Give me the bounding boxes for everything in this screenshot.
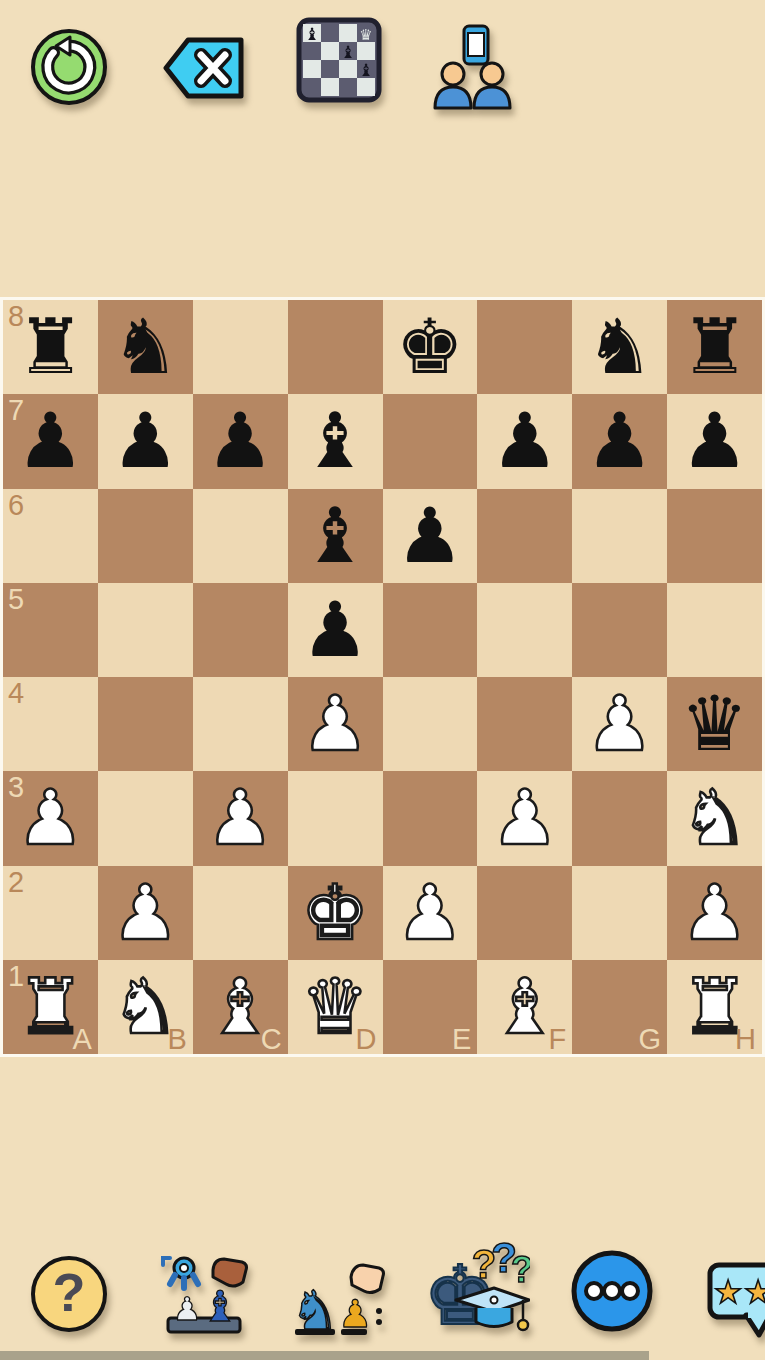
mini-chessboard-icon: ♝ ♛ ♝ ♝ ♛ [296,17,382,103]
square-h7[interactable]: ♟ [667,394,762,488]
square-d7[interactable]: ♝ [288,394,383,488]
square-b6[interactable] [98,489,193,583]
piece-black-pawn: ♟ [206,403,274,479]
svg-text:?: ? [53,1262,86,1322]
board-grid: 8♜♞♚♞♜7♟♟♟♝♟♟♟6♝♟5♟4♟♟♛3♟♟♟♞2♟♚♟♟1A♜B♞C♝… [3,300,762,1054]
square-f4[interactable] [477,677,572,771]
piece-black-pawn: ♟ [680,403,748,479]
square-f6[interactable] [477,489,572,583]
svg-text:♛: ♛ [359,26,372,44]
piece-white-pawn: ♟ [16,780,84,856]
square-a6[interactable]: 6 [3,489,98,583]
learn-chess-button[interactable]: ♚ ? ? ? [424,1234,530,1344]
square-d5[interactable]: ♟ [288,583,383,677]
bottom-bar [0,1351,649,1360]
square-d1[interactable]: D♛ [288,960,383,1054]
square-d3[interactable] [288,771,383,865]
human-vs-computer-button[interactable]: ♟ ♝ [156,1248,252,1340]
piece-black-pawn: ♟ [586,403,654,479]
file-label-H: H [735,1025,756,1054]
square-h5[interactable] [667,583,762,677]
square-f3[interactable]: ♟ [477,771,572,865]
square-g7[interactable]: ♟ [572,394,667,488]
square-a8[interactable]: 8♜ [3,300,98,394]
svg-text:♝: ♝ [358,60,373,80]
square-b4[interactable] [98,677,193,771]
piece-black-knight: ♞ [586,309,654,385]
file-label-D: D [356,1025,377,1054]
more-options-button[interactable] [569,1245,655,1337]
learn-chess-icon: ♚ ? ? ? [424,1234,530,1344]
square-f2[interactable] [477,866,572,960]
square-c7[interactable]: ♟ [193,394,288,488]
restart-icon [29,27,109,107]
svg-text:★: ★ [744,1273,765,1311]
square-c4[interactable] [193,677,288,771]
square-c2[interactable] [193,866,288,960]
piece-black-pawn: ♟ [396,498,464,574]
square-a4[interactable]: 4 [3,677,98,771]
square-e4[interactable] [383,677,478,771]
square-h2[interactable]: ♟ [667,866,762,960]
rank-label-3: 3 [8,773,24,802]
piece-white-pawn: ♟ [206,780,274,856]
square-c5[interactable] [193,583,288,677]
square-a5[interactable]: 5 [3,583,98,677]
square-g3[interactable] [572,771,667,865]
two-player-mode-button[interactable] [432,24,516,110]
help-button[interactable]: ? [30,1247,108,1341]
piece-black-rook: ♜ [16,309,84,385]
square-b3[interactable] [98,771,193,865]
square-d4[interactable]: ♟ [288,677,383,771]
square-c8[interactable] [193,300,288,394]
setup-position-icon: ♞ ♟ [291,1247,387,1339]
square-f7[interactable]: ♟ [477,394,572,488]
square-e6[interactable]: ♟ [383,489,478,583]
svg-text:?: ? [511,1249,530,1290]
chess-board: 8♜♞♚♞♜7♟♟♟♝♟♟♟6♝♟5♟4♟♟♛3♟♟♟♞2♟♚♟♟1A♜B♞C♝… [0,297,765,1057]
rank-label-2: 2 [8,868,24,897]
undo-close-icon [163,36,245,100]
restart-button[interactable] [29,27,109,107]
square-h1[interactable]: H♜ [667,960,762,1054]
square-e8[interactable]: ♚ [383,300,478,394]
piece-black-bishop: ♝ [301,403,369,479]
square-g8[interactable]: ♞ [572,300,667,394]
two-players-device-icon [432,24,516,110]
square-b8[interactable]: ♞ [98,300,193,394]
more-options-icon [569,1245,655,1337]
svg-text:♝: ♝ [201,1282,239,1331]
file-label-C: C [261,1025,282,1054]
piece-black-pawn: ♟ [301,592,369,668]
rank-label-7: 7 [8,396,24,425]
rank-label-1: 1 [8,962,24,991]
square-c6[interactable] [193,489,288,583]
rank-label-8: 8 [8,302,24,331]
file-label-B: B [167,1025,186,1054]
svg-text:★: ★ [714,1273,743,1311]
square-c1[interactable]: C♝ [193,960,288,1054]
file-label-F: F [549,1025,567,1054]
piece-black-pawn: ♟ [111,403,179,479]
square-e7[interactable] [383,394,478,488]
svg-text:♟: ♟ [173,1290,202,1328]
square-h3[interactable]: ♞ [667,771,762,865]
square-e3[interactable] [383,771,478,865]
piece-black-queen: ♛ [680,686,748,762]
file-label-E: E [452,1025,471,1054]
square-f5[interactable] [477,583,572,677]
piece-black-bishop: ♝ [301,498,369,574]
square-f8[interactable] [477,300,572,394]
piece-black-king: ♚ [396,309,464,385]
human-vs-computer-icon: ♟ ♝ [156,1248,252,1340]
square-b7[interactable]: ♟ [98,394,193,488]
square-b2[interactable]: ♟ [98,866,193,960]
file-label-A: A [73,1025,92,1054]
square-a7[interactable]: 7♟ [3,394,98,488]
square-b1[interactable]: B♞ [98,960,193,1054]
square-g1[interactable]: G [572,960,667,1054]
rate-app-icon: ★ ★ ★ [706,1257,765,1339]
square-g2[interactable] [572,866,667,960]
square-d8[interactable] [288,300,383,394]
square-d6[interactable]: ♝ [288,489,383,583]
square-h8[interactable]: ♜ [667,300,762,394]
svg-text:♝: ♝ [304,24,319,44]
piece-white-pawn: ♟ [111,875,179,951]
piece-white-pawn: ♟ [586,686,654,762]
square-a1[interactable]: 1A♜ [3,960,98,1054]
piece-white-pawn: ♟ [680,875,748,951]
piece-black-pawn: ♟ [16,403,84,479]
square-c3[interactable]: ♟ [193,771,288,865]
svg-text:♝: ♝ [340,42,355,62]
square-b5[interactable] [98,583,193,677]
square-a2[interactable]: 2 [3,866,98,960]
piece-black-pawn: ♟ [491,403,559,479]
file-label-G: G [639,1025,662,1054]
undo-button[interactable] [163,36,245,100]
square-h4[interactable]: ♛ [667,677,762,771]
help-icon: ? [30,1247,108,1341]
setup-position-button[interactable]: ♞ ♟ [291,1247,387,1339]
rank-label-6: 6 [8,491,24,520]
rank-label-5: 5 [8,585,24,614]
piece-white-pawn: ♟ [301,686,369,762]
square-f1[interactable]: F♝ [477,960,572,1054]
square-e2[interactable]: ♟ [383,866,478,960]
piece-black-knight: ♞ [111,309,179,385]
svg-text:♛: ♛ [323,80,336,98]
piece-white-king: ♚ [301,875,369,951]
piece-white-knight: ♞ [680,780,748,856]
rank-label-4: 4 [8,679,24,708]
square-d2[interactable]: ♚ [288,866,383,960]
square-e1[interactable]: E [383,960,478,1054]
square-g5[interactable] [572,583,667,677]
board-position-button[interactable]: ♝ ♛ ♝ ♝ ♛ [296,17,382,103]
square-a3[interactable]: 3♟ [3,771,98,865]
piece-white-pawn: ♟ [491,780,559,856]
square-e5[interactable] [383,583,478,677]
piece-black-rook: ♜ [680,309,748,385]
piece-white-pawn: ♟ [396,875,464,951]
rate-app-button[interactable]: ★ ★ ★ [706,1257,765,1339]
square-h6[interactable] [667,489,762,583]
square-g4[interactable]: ♟ [572,677,667,771]
square-g6[interactable] [572,489,667,583]
